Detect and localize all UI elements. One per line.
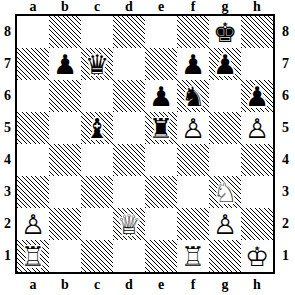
square-f8[interactable] [177, 16, 209, 48]
black-knight-icon: ♞ [177, 80, 209, 112]
file-label-top-e: e [145, 0, 177, 14]
file-label-bottom-d: d [113, 275, 145, 294]
black-bishop-icon: ♝ [81, 112, 113, 144]
file-label-top-g: g [209, 0, 241, 14]
black-rook-icon: ♜ [145, 112, 177, 144]
white-pawn-icon: ♙ [241, 112, 273, 144]
file-label-top-b: b [49, 0, 81, 14]
rank-label-left-6: 6 [0, 80, 15, 112]
square-b2[interactable] [49, 208, 81, 240]
square-c1[interactable] [81, 240, 113, 272]
white-pawn-mask: ♟ [241, 112, 273, 144]
file-label-top-f: f [177, 0, 209, 14]
square-e6[interactable]: ♟♟ [145, 80, 177, 112]
square-f6[interactable]: ♞♞ [177, 80, 209, 112]
black-pawn-mask: ♟ [145, 80, 177, 112]
white-queen-icon: ♕ [113, 208, 145, 240]
file-label-top-c: c [81, 0, 113, 14]
rank-label-left-7: 7 [0, 48, 15, 80]
square-f7[interactable]: ♟♟ [177, 48, 209, 80]
square-g5[interactable] [209, 112, 241, 144]
square-g3[interactable]: ♞♘ [209, 176, 241, 208]
square-f1[interactable]: ♜♖ [177, 240, 209, 272]
black-king-mask: ♚ [209, 16, 241, 48]
white-knight-mask: ♞ [209, 176, 241, 208]
square-h1[interactable]: ♚♔ [241, 240, 273, 272]
rank-labels-right: 87654321 [276, 16, 295, 272]
rank-label-left-4: 4 [0, 144, 15, 176]
square-a8[interactable] [17, 16, 49, 48]
rank-label-left-5: 5 [0, 112, 15, 144]
file-label-bottom-g: g [209, 275, 241, 294]
square-f2[interactable] [177, 208, 209, 240]
square-h6[interactable]: ♟♟ [241, 80, 273, 112]
square-c7[interactable]: ♛♛ [81, 48, 113, 80]
square-a6[interactable] [17, 80, 49, 112]
file-label-bottom-h: h [241, 275, 273, 294]
file-label-bottom-f: f [177, 275, 209, 294]
square-a3[interactable] [17, 176, 49, 208]
black-pawn-icon: ♟ [49, 48, 81, 80]
square-a4[interactable] [17, 144, 49, 176]
black-pawn-mask: ♟ [177, 48, 209, 80]
black-queen-mask: ♛ [81, 48, 113, 80]
rank-label-right-6: 6 [276, 80, 295, 112]
white-pawn-mask: ♟ [17, 208, 49, 240]
square-d5[interactable] [113, 112, 145, 144]
rank-label-left-2: 2 [0, 208, 15, 240]
file-label-top-h: h [241, 0, 273, 14]
file-label-top-d: d [113, 0, 145, 14]
square-g7[interactable]: ♟♟ [209, 48, 241, 80]
white-pawn-icon: ♙ [209, 208, 241, 240]
rank-label-right-3: 3 [276, 176, 295, 208]
square-f3[interactable] [177, 176, 209, 208]
black-pawn-mask: ♟ [241, 80, 273, 112]
square-d2[interactable]: ♛♕ [113, 208, 145, 240]
square-e7[interactable] [145, 48, 177, 80]
file-label-bottom-b: b [49, 275, 81, 294]
square-a7[interactable] [17, 48, 49, 80]
rank-label-right-1: 1 [276, 240, 295, 272]
square-b4[interactable] [49, 144, 81, 176]
black-pawn-mask: ♟ [49, 48, 81, 80]
file-label-top-a: a [17, 0, 49, 14]
square-h3[interactable] [241, 176, 273, 208]
file-labels-bottom: abcdefgh [17, 275, 273, 294]
rank-label-right-7: 7 [276, 48, 295, 80]
square-a1[interactable]: ♜♖ [17, 240, 49, 272]
square-c8[interactable] [81, 16, 113, 48]
square-b6[interactable] [49, 80, 81, 112]
square-d3[interactable] [113, 176, 145, 208]
square-h8[interactable] [241, 16, 273, 48]
square-c3[interactable] [81, 176, 113, 208]
square-b8[interactable] [49, 16, 81, 48]
white-rook-mask: ♜ [177, 240, 209, 272]
square-d1[interactable] [113, 240, 145, 272]
square-e4[interactable] [145, 144, 177, 176]
white-pawn-icon: ♙ [177, 112, 209, 144]
black-pawn-icon: ♟ [209, 48, 241, 80]
black-rook-mask: ♜ [145, 112, 177, 144]
white-rook-icon: ♖ [177, 240, 209, 272]
square-h4[interactable] [241, 144, 273, 176]
black-king-icon: ♚ [209, 16, 241, 48]
square-d6[interactable] [113, 80, 145, 112]
square-h5[interactable]: ♟♙ [241, 112, 273, 144]
white-king-mask: ♚ [241, 240, 273, 272]
white-pawn-mask: ♟ [177, 112, 209, 144]
white-king-icon: ♔ [241, 240, 273, 272]
square-b5[interactable] [49, 112, 81, 144]
square-g2[interactable]: ♟♙ [209, 208, 241, 240]
black-pawn-icon: ♟ [177, 48, 209, 80]
square-e8[interactable] [145, 16, 177, 48]
square-d7[interactable] [113, 48, 145, 80]
square-b3[interactable] [49, 176, 81, 208]
black-bishop-mask: ♝ [81, 112, 113, 144]
square-f4[interactable] [177, 144, 209, 176]
rank-label-right-2: 2 [276, 208, 295, 240]
rank-label-right-5: 5 [276, 112, 295, 144]
file-labels-top: abcdefgh [17, 0, 273, 14]
file-label-bottom-a: a [17, 275, 49, 294]
rank-label-right-8: 8 [276, 16, 295, 48]
square-e5[interactable]: ♜♜ [145, 112, 177, 144]
square-c6[interactable] [81, 80, 113, 112]
rank-label-left-1: 1 [0, 240, 15, 272]
white-pawn-icon: ♙ [17, 208, 49, 240]
white-knight-icon: ♘ [209, 176, 241, 208]
rank-label-right-4: 4 [276, 144, 295, 176]
board: ♚♚♟♟♛♛♟♟♟♟♟♟♞♞♟♟♝♝♜♜♟♙♟♙♞♘♟♙♛♕♟♙♜♖♜♖♚♔ [15, 14, 275, 274]
black-pawn-icon: ♟ [145, 80, 177, 112]
square-g6[interactable] [209, 80, 241, 112]
square-d4[interactable] [113, 144, 145, 176]
rank-label-left-3: 3 [0, 176, 15, 208]
chess-diagram: abcdefgh 87654321 ♚♚♟♟♛♛♟♟♟♟♟♟♞♞♟♟♝♝♜♜♟♙… [0, 0, 295, 295]
white-pawn-mask: ♟ [209, 208, 241, 240]
black-knight-mask: ♞ [177, 80, 209, 112]
square-f5[interactable]: ♟♙ [177, 112, 209, 144]
square-h2[interactable] [241, 208, 273, 240]
square-c4[interactable] [81, 144, 113, 176]
square-g4[interactable] [209, 144, 241, 176]
square-a5[interactable] [17, 112, 49, 144]
square-c2[interactable] [81, 208, 113, 240]
rank-labels-left: 87654321 [0, 16, 15, 272]
black-pawn-mask: ♟ [209, 48, 241, 80]
square-a2[interactable]: ♟♙ [17, 208, 49, 240]
square-b1[interactable] [49, 240, 81, 272]
file-label-bottom-e: e [145, 275, 177, 294]
white-rook-mask: ♜ [17, 240, 49, 272]
black-pawn-icon: ♟ [241, 80, 273, 112]
square-b7[interactable]: ♟♟ [49, 48, 81, 80]
file-label-bottom-c: c [81, 275, 113, 294]
square-c5[interactable]: ♝♝ [81, 112, 113, 144]
black-queen-icon: ♛ [81, 48, 113, 80]
square-e2[interactable] [145, 208, 177, 240]
square-d8[interactable] [113, 16, 145, 48]
square-e1[interactable] [145, 240, 177, 272]
white-queen-mask: ♛ [113, 208, 145, 240]
rank-label-left-8: 8 [0, 16, 15, 48]
square-e3[interactable] [145, 176, 177, 208]
white-rook-icon: ♖ [17, 240, 49, 272]
square-h7[interactable] [241, 48, 273, 80]
square-g8[interactable]: ♚♚ [209, 16, 241, 48]
square-g1[interactable] [209, 240, 241, 272]
